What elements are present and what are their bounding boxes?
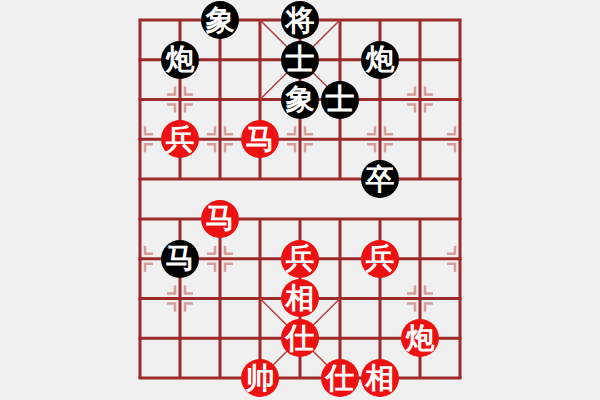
black-elephant[interactable]: 象	[281, 81, 319, 119]
red-advisor[interactable]: 仕	[281, 319, 319, 357]
red-horse[interactable]: 马	[201, 200, 239, 238]
pieces-layer: 象将炮士炮象士兵马卒马马兵兵相仕炮帅仕相	[0, 0, 600, 400]
red-pawn[interactable]: 兵	[281, 240, 319, 278]
red-elephant[interactable]: 相	[361, 359, 399, 397]
black-pawn[interactable]: 卒	[361, 160, 399, 198]
black-cannon[interactable]: 炮	[361, 41, 399, 79]
red-elephant[interactable]: 相	[281, 279, 319, 317]
red-horse[interactable]: 马	[241, 120, 279, 158]
xiangqi-app: 象将炮士炮象士兵马卒马马兵兵相仕炮帅仕相	[0, 0, 600, 400]
black-advisor[interactable]: 士	[321, 81, 359, 119]
black-cannon[interactable]: 炮	[161, 41, 199, 79]
red-general[interactable]: 帅	[241, 359, 279, 397]
black-elephant[interactable]: 象	[201, 1, 239, 39]
red-pawn[interactable]: 兵	[161, 120, 199, 158]
black-horse[interactable]: 马	[161, 240, 199, 278]
red-cannon[interactable]: 炮	[401, 319, 439, 357]
black-general[interactable]: 将	[281, 1, 319, 39]
red-advisor[interactable]: 仕	[321, 359, 359, 397]
black-advisor[interactable]: 士	[281, 41, 319, 79]
red-pawn[interactable]: 兵	[361, 240, 399, 278]
